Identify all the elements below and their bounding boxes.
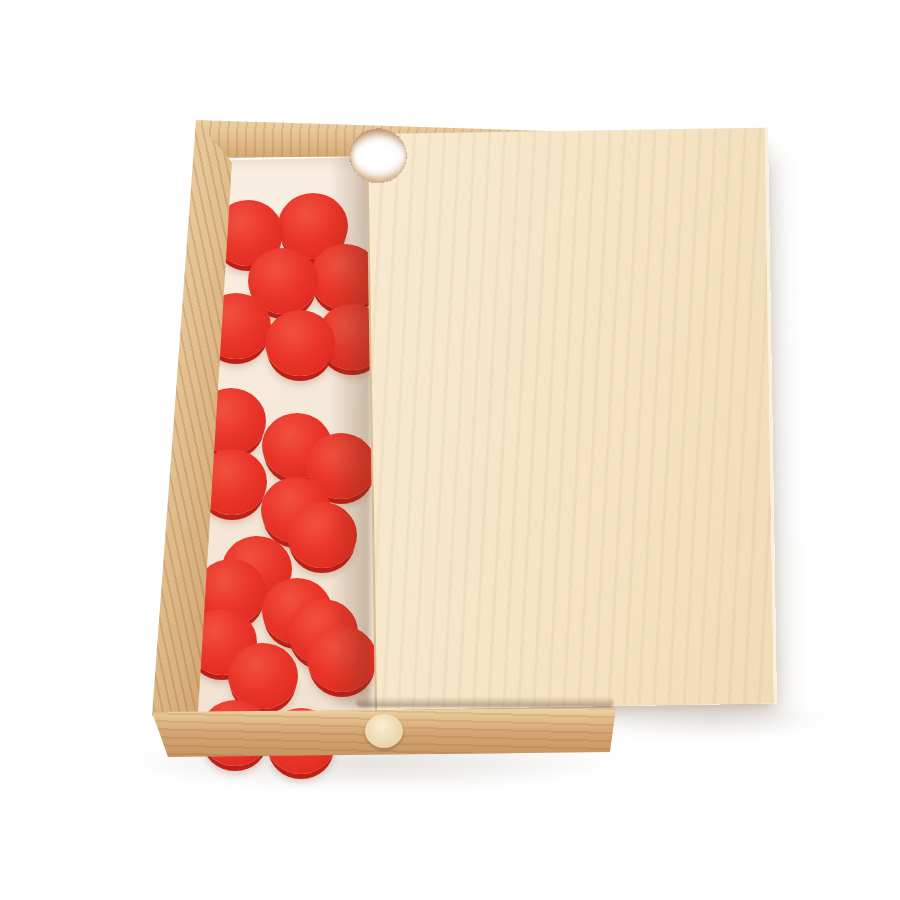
hole-opening	[350, 128, 407, 183]
board-grid	[378, 150, 770, 688]
red-disc[interactable]	[228, 643, 298, 709]
red-disc[interactable]	[265, 310, 335, 376]
board-edge-shadow	[330, 146, 370, 708]
drawer-knob[interactable]	[365, 714, 403, 748]
game-board	[366, 128, 777, 710]
connect-four-wooden-set-photo	[0, 0, 900, 900]
board-front-seam-shadow	[356, 697, 614, 707]
